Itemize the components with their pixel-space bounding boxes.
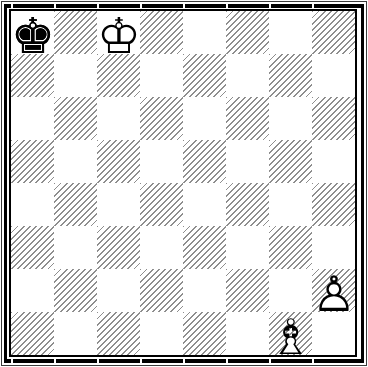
square-a5[interactable] bbox=[11, 140, 54, 183]
square-a3[interactable] bbox=[11, 226, 54, 269]
square-f1[interactable] bbox=[226, 312, 269, 355]
square-e6[interactable] bbox=[183, 97, 226, 140]
square-d4[interactable] bbox=[140, 183, 183, 226]
square-g4[interactable] bbox=[269, 183, 312, 226]
white-king-c8[interactable]: ♚♔ bbox=[97, 11, 140, 54]
square-b2[interactable] bbox=[54, 269, 97, 312]
square-d6[interactable] bbox=[140, 97, 183, 140]
square-f2[interactable] bbox=[226, 269, 269, 312]
square-h1[interactable] bbox=[312, 312, 355, 355]
square-g2[interactable] bbox=[269, 269, 312, 312]
square-a6[interactable] bbox=[11, 97, 54, 140]
chess-board: ♚♚♚♔♟♙♝♗ bbox=[9, 9, 357, 357]
square-d8[interactable] bbox=[140, 11, 183, 54]
white-pawn-h2[interactable]: ♟♙ bbox=[312, 269, 355, 312]
square-g3[interactable] bbox=[269, 226, 312, 269]
square-g8[interactable] bbox=[269, 11, 312, 54]
square-f3[interactable] bbox=[226, 226, 269, 269]
square-b4[interactable] bbox=[54, 183, 97, 226]
square-b5[interactable] bbox=[54, 140, 97, 183]
square-e1[interactable] bbox=[183, 312, 226, 355]
white-bishop-icon: ♗ bbox=[269, 313, 313, 362]
square-d2[interactable] bbox=[140, 269, 183, 312]
square-d3[interactable] bbox=[140, 226, 183, 269]
square-h3[interactable] bbox=[312, 226, 355, 269]
square-h6[interactable] bbox=[312, 97, 355, 140]
square-g1[interactable]: ♝♗ bbox=[269, 312, 312, 355]
square-b7[interactable] bbox=[54, 54, 97, 97]
square-e7[interactable] bbox=[183, 54, 226, 97]
square-c8[interactable]: ♚♔ bbox=[97, 11, 140, 54]
square-f7[interactable] bbox=[226, 54, 269, 97]
square-b6[interactable] bbox=[54, 97, 97, 140]
square-h8[interactable] bbox=[312, 11, 355, 54]
square-b1[interactable] bbox=[54, 312, 97, 355]
square-f5[interactable] bbox=[226, 140, 269, 183]
square-d5[interactable] bbox=[140, 140, 183, 183]
frame-bar-top bbox=[4, 4, 364, 8]
black-king-a8[interactable]: ♚♚ bbox=[11, 11, 54, 54]
square-c6[interactable] bbox=[97, 97, 140, 140]
square-e5[interactable] bbox=[183, 140, 226, 183]
square-g7[interactable] bbox=[269, 54, 312, 97]
square-a7[interactable] bbox=[11, 54, 54, 97]
square-e2[interactable] bbox=[183, 269, 226, 312]
square-c2[interactable] bbox=[97, 269, 140, 312]
frame-bar-right bbox=[361, 4, 364, 363]
square-h4[interactable] bbox=[312, 183, 355, 226]
square-f4[interactable] bbox=[226, 183, 269, 226]
square-a4[interactable] bbox=[11, 183, 54, 226]
square-e3[interactable] bbox=[183, 226, 226, 269]
square-b8[interactable] bbox=[54, 11, 97, 54]
square-c4[interactable] bbox=[97, 183, 140, 226]
square-e8[interactable] bbox=[183, 11, 226, 54]
frame-bar-left bbox=[4, 4, 7, 363]
square-f6[interactable] bbox=[226, 97, 269, 140]
square-a8[interactable]: ♚♚ bbox=[11, 11, 54, 54]
square-h7[interactable] bbox=[312, 54, 355, 97]
square-d7[interactable] bbox=[140, 54, 183, 97]
square-a1[interactable] bbox=[11, 312, 54, 355]
square-c1[interactable] bbox=[97, 312, 140, 355]
square-c5[interactable] bbox=[97, 140, 140, 183]
square-a2[interactable] bbox=[11, 269, 54, 312]
square-c3[interactable] bbox=[97, 226, 140, 269]
white-bishop-g1[interactable]: ♝♗ bbox=[269, 312, 312, 355]
chess-diagram: { "game": "chess", "position": { "fen": … bbox=[0, 0, 368, 367]
square-g5[interactable] bbox=[269, 140, 312, 183]
square-b3[interactable] bbox=[54, 226, 97, 269]
square-c7[interactable] bbox=[97, 54, 140, 97]
square-d1[interactable] bbox=[140, 312, 183, 355]
square-e4[interactable] bbox=[183, 183, 226, 226]
square-g6[interactable] bbox=[269, 97, 312, 140]
square-h5[interactable] bbox=[312, 140, 355, 183]
square-f8[interactable] bbox=[226, 11, 269, 54]
square-h2[interactable]: ♟♙ bbox=[312, 269, 355, 312]
